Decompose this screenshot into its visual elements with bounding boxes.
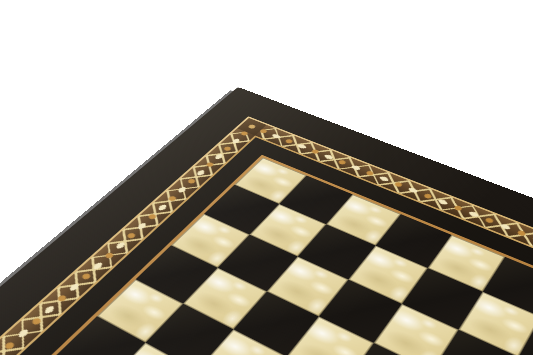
photo-light-sheen — [0, 87, 533, 355]
chess-board — [0, 87, 533, 355]
product-photo — [0, 0, 533, 355]
